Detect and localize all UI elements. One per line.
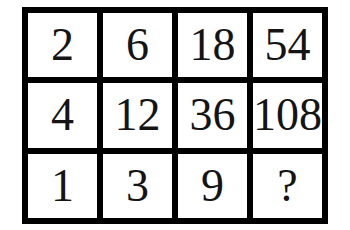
cell-r2c2: 12: [103, 83, 172, 147]
cell-r3c4-unknown: ?: [253, 154, 322, 218]
cell-r3c1: 1: [28, 154, 97, 218]
puzzle-grid: 2 6 18 54 4 12 36 108 1 3 9 ?: [22, 7, 328, 224]
cell-r1c2: 6: [103, 13, 172, 77]
cell-r2c4: 108: [253, 83, 322, 147]
cell-r2c1: 4: [28, 83, 97, 147]
cell-r1c3: 18: [178, 13, 247, 77]
cell-r1c1: 2: [28, 13, 97, 77]
cell-r2c3: 36: [178, 83, 247, 147]
cell-r3c2: 3: [103, 154, 172, 218]
cell-r3c3: 9: [178, 154, 247, 218]
cell-r1c4: 54: [253, 13, 322, 77]
